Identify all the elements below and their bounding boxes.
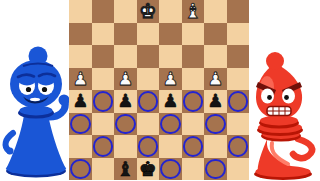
square-g4[interactable]: ♟ — [204, 90, 227, 113]
move-indicator-g1 — [205, 159, 226, 180]
square-e1[interactable] — [159, 158, 182, 181]
square-a4[interactable]: ♟ — [69, 90, 92, 113]
white-bishop[interactable]: ♝ — [182, 0, 205, 23]
square-b6[interactable] — [92, 45, 115, 68]
black-pawn[interactable]: ♟ — [69, 90, 92, 113]
black-pawn[interactable]: ♟ — [114, 90, 137, 113]
square-b8[interactable] — [92, 0, 115, 23]
white-pawn[interactable]: ♟ — [114, 68, 137, 91]
square-d7[interactable] — [137, 23, 160, 46]
square-e6[interactable] — [159, 45, 182, 68]
move-indicator-a3 — [70, 114, 91, 135]
square-f5[interactable] — [182, 68, 205, 91]
move-indicator-d4 — [138, 91, 159, 112]
move-indicator-c3 — [115, 114, 136, 135]
blue-pawn-mascot — [1, 45, 70, 179]
square-g2[interactable] — [204, 135, 227, 158]
square-c7[interactable] — [114, 23, 137, 46]
move-indicator-e3 — [160, 114, 181, 135]
red-mascot-arm — [293, 139, 312, 158]
red-bishop-mascot — [246, 51, 320, 180]
square-h7[interactable] — [227, 23, 250, 46]
square-e2[interactable] — [159, 135, 182, 158]
square-b1[interactable] — [92, 158, 115, 181]
square-c8[interactable] — [114, 0, 137, 23]
move-indicator-h4 — [228, 91, 249, 112]
square-a8[interactable] — [69, 0, 92, 23]
square-c1[interactable]: ♝ — [114, 158, 137, 181]
square-e8[interactable] — [159, 0, 182, 23]
square-g8[interactable] — [204, 0, 227, 23]
square-a7[interactable] — [69, 23, 92, 46]
black-pawn[interactable]: ♟ — [159, 90, 182, 113]
square-b2[interactable] — [92, 135, 115, 158]
move-indicator-e1 — [160, 159, 181, 180]
square-e3[interactable] — [159, 113, 182, 136]
square-f7[interactable] — [182, 23, 205, 46]
square-c4[interactable]: ♟ — [114, 90, 137, 113]
red-mascot-left-eye — [261, 89, 274, 104]
move-indicator-f2 — [183, 136, 204, 157]
blue-mascot-body — [6, 47, 70, 178]
square-a2[interactable] — [69, 135, 92, 158]
square-b4[interactable] — [92, 90, 115, 113]
square-c6[interactable] — [114, 45, 137, 68]
square-d6[interactable] — [137, 45, 160, 68]
square-f4[interactable] — [182, 90, 205, 113]
scene: ♚♝♟♟♟♟♟♟♟♟♝♚ — [0, 0, 320, 180]
square-h8[interactable] — [227, 0, 250, 23]
square-b5[interactable] — [92, 68, 115, 91]
square-e5[interactable]: ♟ — [159, 68, 182, 91]
square-d3[interactable] — [137, 113, 160, 136]
move-indicator-f4 — [183, 91, 204, 112]
square-f8[interactable]: ♝ — [182, 0, 205, 23]
square-c5[interactable]: ♟ — [114, 68, 137, 91]
square-f3[interactable] — [182, 113, 205, 136]
square-a1[interactable] — [69, 158, 92, 181]
black-king[interactable]: ♚ — [137, 158, 160, 181]
square-f6[interactable] — [182, 45, 205, 68]
move-indicator-a1 — [70, 159, 91, 180]
square-e4[interactable]: ♟ — [159, 90, 182, 113]
square-g5[interactable]: ♟ — [204, 68, 227, 91]
square-d5[interactable] — [137, 68, 160, 91]
square-a5[interactable]: ♟ — [69, 68, 92, 91]
move-indicator-b4 — [93, 91, 114, 112]
square-c2[interactable] — [114, 135, 137, 158]
square-e7[interactable] — [159, 23, 182, 46]
black-bishop[interactable]: ♝ — [114, 158, 137, 181]
square-a6[interactable] — [69, 45, 92, 68]
white-pawn[interactable]: ♟ — [204, 68, 227, 91]
square-c3[interactable] — [114, 113, 137, 136]
square-b7[interactable] — [92, 23, 115, 46]
black-pawn[interactable]: ♟ — [204, 90, 227, 113]
square-a3[interactable] — [69, 113, 92, 136]
square-d8[interactable]: ♚ — [137, 0, 160, 23]
white-pawn[interactable]: ♟ — [159, 68, 182, 91]
square-d1[interactable]: ♚ — [137, 158, 160, 181]
square-b3[interactable] — [92, 113, 115, 136]
move-indicator-d2 — [138, 136, 159, 157]
move-indicator-b2 — [93, 136, 114, 157]
square-g6[interactable] — [204, 45, 227, 68]
red-mascot-body — [254, 52, 312, 180]
red-mascot-gritted-teeth — [267, 107, 291, 116]
square-g7[interactable] — [204, 23, 227, 46]
move-indicator-h2 — [228, 136, 249, 157]
white-pawn[interactable]: ♟ — [69, 68, 92, 91]
square-f1[interactable] — [182, 158, 205, 181]
square-g1[interactable] — [204, 158, 227, 181]
square-d2[interactable] — [137, 135, 160, 158]
chess-board: ♚♝♟♟♟♟♟♟♟♟♝♚ — [69, 0, 249, 180]
move-indicator-g3 — [205, 114, 226, 135]
square-g3[interactable] — [204, 113, 227, 136]
red-mascot-right-eye — [282, 89, 295, 104]
square-d4[interactable] — [137, 90, 160, 113]
white-king[interactable]: ♚ — [137, 0, 160, 23]
square-f2[interactable] — [182, 135, 205, 158]
